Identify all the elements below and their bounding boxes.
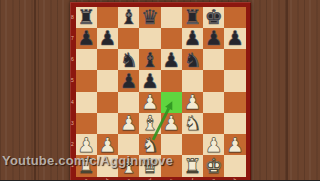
square-e7[interactable] <box>161 28 182 49</box>
square-g1[interactable]: ♚ <box>203 155 224 176</box>
square-e5[interactable] <box>161 70 182 91</box>
square-a4[interactable] <box>76 92 97 113</box>
piece-white-pawn[interactable]: ♟ <box>98 135 116 155</box>
square-b8[interactable] <box>97 7 118 28</box>
square-g6[interactable] <box>203 49 224 70</box>
square-c4[interactable] <box>118 92 139 113</box>
square-d6[interactable]: ♝ <box>139 49 160 70</box>
square-f6[interactable]: ♞ <box>182 49 203 70</box>
square-e4[interactable] <box>161 92 182 113</box>
file-label-e: e <box>168 178 174 181</box>
square-h3[interactable] <box>224 113 245 134</box>
square-b3[interactable] <box>97 113 118 134</box>
square-g4[interactable] <box>203 92 224 113</box>
piece-white-rook[interactable]: ♜ <box>183 156 201 176</box>
square-a6[interactable] <box>76 49 97 70</box>
square-h2[interactable]: ♟ <box>224 134 245 155</box>
square-e6[interactable]: ♟ <box>161 49 182 70</box>
file-label-c: c <box>126 178 132 181</box>
piece-black-rook[interactable]: ♜ <box>183 7 201 27</box>
piece-white-pawn[interactable]: ♟ <box>120 113 138 133</box>
file-label-a: a <box>83 178 89 181</box>
square-g3[interactable] <box>203 113 224 134</box>
file-label-d: d <box>147 178 153 181</box>
square-c7[interactable] <box>118 28 139 49</box>
piece-black-pawn[interactable]: ♟ <box>183 28 201 48</box>
square-d7[interactable] <box>139 28 160 49</box>
chess-board[interactable]: ♜♝♛♜♚♟♟♟♟♟♞♝♟♞♟♟♟♟♟♝♟♞♟♟♞♟♟♜♝♛♜♚ <box>76 7 246 177</box>
square-g8[interactable]: ♚ <box>203 7 224 28</box>
piece-white-knight[interactable]: ♞ <box>141 135 159 155</box>
square-a3[interactable] <box>76 113 97 134</box>
piece-black-knight[interactable]: ♞ <box>183 50 201 70</box>
file-label-f: f <box>189 178 195 181</box>
piece-white-pawn[interactable]: ♟ <box>77 135 95 155</box>
square-f3[interactable]: ♞ <box>182 113 203 134</box>
square-f1[interactable]: ♜ <box>182 155 203 176</box>
rank-label-7: 7 <box>70 36 76 41</box>
rank-label-4: 4 <box>70 100 76 105</box>
square-c5[interactable]: ♟ <box>118 70 139 91</box>
piece-white-bishop[interactable]: ♝ <box>141 113 159 133</box>
square-g2[interactable]: ♟ <box>203 134 224 155</box>
piece-black-bishop[interactable]: ♝ <box>120 7 138 27</box>
square-f5[interactable] <box>182 70 203 91</box>
piece-white-pawn[interactable]: ♟ <box>162 113 180 133</box>
rank-label-5: 5 <box>70 78 76 83</box>
square-c8[interactable]: ♝ <box>118 7 139 28</box>
square-e8[interactable] <box>161 7 182 28</box>
wood-seam <box>286 0 288 180</box>
piece-black-knight[interactable]: ♞ <box>120 50 138 70</box>
square-d3[interactable]: ♝ <box>139 113 160 134</box>
square-g7[interactable]: ♟ <box>203 28 224 49</box>
square-h5[interactable] <box>224 70 245 91</box>
piece-white-pawn[interactable]: ♟ <box>205 135 223 155</box>
piece-white-pawn[interactable]: ♟ <box>183 92 201 112</box>
square-b4[interactable] <box>97 92 118 113</box>
square-h8[interactable] <box>224 7 245 28</box>
channel-watermark: Youtube.com/c/Agginmove <box>2 153 173 168</box>
rank-label-2: 2 <box>70 142 76 147</box>
square-f7[interactable]: ♟ <box>182 28 203 49</box>
square-b5[interactable] <box>97 70 118 91</box>
square-f8[interactable]: ♜ <box>182 7 203 28</box>
piece-black-queen[interactable]: ♛ <box>141 7 159 27</box>
piece-black-bishop[interactable]: ♝ <box>141 50 159 70</box>
square-e3[interactable]: ♟ <box>161 113 182 134</box>
piece-white-pawn[interactable]: ♟ <box>226 135 244 155</box>
square-d8[interactable]: ♛ <box>139 7 160 28</box>
square-b7[interactable]: ♟ <box>97 28 118 49</box>
piece-black-king[interactable]: ♚ <box>205 7 223 27</box>
piece-white-pawn[interactable]: ♟ <box>141 92 159 112</box>
square-h4[interactable] <box>224 92 245 113</box>
square-a5[interactable] <box>76 70 97 91</box>
file-label-h: h <box>232 178 238 181</box>
square-a7[interactable]: ♟ <box>76 28 97 49</box>
rank-label-8: 8 <box>70 15 76 20</box>
file-label-b: b <box>104 178 110 181</box>
piece-black-pawn[interactable]: ♟ <box>205 28 223 48</box>
file-label-g: g <box>211 178 217 181</box>
video-frame: ♜♝♛♜♚♟♟♟♟♟♞♝♟♞♟♟♟♟♟♝♟♞♟♟♞♟♟♜♝♛♜♚ 8765432… <box>0 0 320 180</box>
piece-black-pawn[interactable]: ♟ <box>77 28 95 48</box>
square-g5[interactable] <box>203 70 224 91</box>
square-h7[interactable]: ♟ <box>224 28 245 49</box>
piece-white-king[interactable]: ♚ <box>205 156 223 176</box>
square-c3[interactable]: ♟ <box>118 113 139 134</box>
square-d5[interactable]: ♟ <box>139 70 160 91</box>
square-h6[interactable] <box>224 49 245 70</box>
piece-black-pawn[interactable]: ♟ <box>98 28 116 48</box>
square-f4[interactable]: ♟ <box>182 92 203 113</box>
square-f2[interactable] <box>182 134 203 155</box>
square-h1[interactable] <box>224 155 245 176</box>
piece-black-pawn[interactable]: ♟ <box>141 71 159 91</box>
piece-black-pawn[interactable]: ♟ <box>162 50 180 70</box>
piece-black-pawn[interactable]: ♟ <box>120 71 138 91</box>
piece-white-knight[interactable]: ♞ <box>183 113 201 133</box>
rank-label-6: 6 <box>70 57 76 62</box>
square-b6[interactable] <box>97 49 118 70</box>
square-c6[interactable]: ♞ <box>118 49 139 70</box>
rank-label-3: 3 <box>70 121 76 126</box>
square-a8[interactable]: ♜ <box>76 7 97 28</box>
piece-black-pawn[interactable]: ♟ <box>226 28 244 48</box>
piece-black-rook[interactable]: ♜ <box>77 7 95 27</box>
square-d4[interactable]: ♟ <box>139 92 160 113</box>
